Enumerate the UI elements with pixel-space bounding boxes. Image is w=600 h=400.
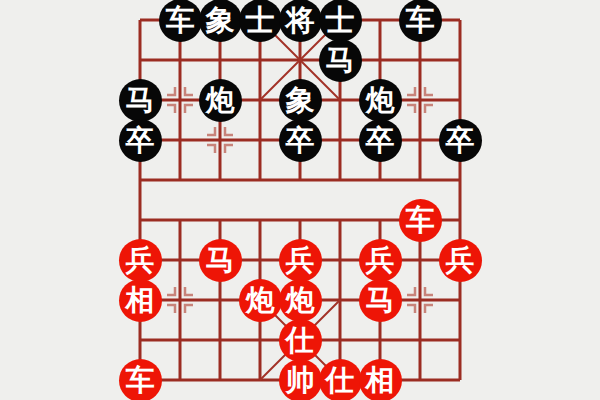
piece-red-chariot[interactable]: 车: [119, 359, 162, 400]
piece-black-chariot[interactable]: 车: [399, 0, 442, 42]
intersection-h4[interactable]: 车: [400, 200, 440, 240]
piece-red-elephant[interactable]: 相: [119, 279, 162, 322]
intersection-b5[interactable]: [160, 160, 200, 200]
intersection-c2[interactable]: [200, 280, 240, 320]
intersection-c6[interactable]: [200, 120, 240, 160]
piece-black-elephant[interactable]: 象: [199, 0, 242, 42]
intersection-g6[interactable]: 卒: [360, 120, 400, 160]
intersection-d0[interactable]: [240, 360, 280, 400]
intersection-g5[interactable]: [360, 160, 400, 200]
intersection-g9[interactable]: [360, 0, 400, 40]
intersection-i3[interactable]: 兵: [440, 240, 480, 280]
piece-black-horse[interactable]: 马: [119, 79, 162, 122]
intersection-a3[interactable]: 兵: [120, 240, 160, 280]
intersection-b4[interactable]: [160, 200, 200, 240]
intersection-h9[interactable]: 车: [400, 0, 440, 40]
piece-red-soldier[interactable]: 兵: [359, 239, 402, 282]
piece-red-cannon[interactable]: 炮: [239, 279, 282, 322]
intersection-d8[interactable]: [240, 40, 280, 80]
piece-black-cannon[interactable]: 炮: [199, 79, 242, 122]
piece-red-advisor[interactable]: 仕: [319, 359, 362, 400]
piece-red-chariot[interactable]: 车: [399, 199, 442, 242]
intersection-e6[interactable]: 卒: [280, 120, 320, 160]
intersection-f6[interactable]: [320, 120, 360, 160]
intersection-b2[interactable]: [160, 280, 200, 320]
intersection-f3[interactable]: [320, 240, 360, 280]
intersection-i6[interactable]: 卒: [440, 120, 480, 160]
intersection-b3[interactable]: [160, 240, 200, 280]
intersection-d9[interactable]: 士: [240, 0, 280, 40]
piece-black-elephant[interactable]: 象: [279, 79, 322, 122]
intersection-a1[interactable]: [120, 320, 160, 360]
piece-red-horse[interactable]: 马: [359, 279, 402, 322]
piece-black-general[interactable]: 将: [279, 0, 322, 42]
intersection-f9[interactable]: 士: [320, 0, 360, 40]
intersection-b9[interactable]: 车: [160, 0, 200, 40]
intersection-i7[interactable]: [440, 80, 480, 120]
intersection-h0[interactable]: [400, 360, 440, 400]
intersection-a9[interactable]: [120, 0, 160, 40]
piece-black-advisor[interactable]: 士: [319, 0, 362, 42]
intersection-g7[interactable]: 炮: [360, 80, 400, 120]
intersection-f0[interactable]: 仕: [320, 360, 360, 400]
piece-black-cannon[interactable]: 炮: [359, 79, 402, 122]
intersection-g4[interactable]: [360, 200, 400, 240]
board-grid: 车象士将士车马马炮象炮卒卒卒卒车兵马兵兵兵相炮炮马仕车帅仕相: [120, 0, 480, 400]
intersection-a8[interactable]: [120, 40, 160, 80]
intersection-h7[interactable]: [400, 80, 440, 120]
piece-red-elephant[interactable]: 相: [359, 359, 402, 400]
piece-red-soldier[interactable]: 兵: [279, 239, 322, 282]
intersection-c5[interactable]: [200, 160, 240, 200]
intersection-g2[interactable]: 马: [360, 280, 400, 320]
intersection-d1[interactable]: [240, 320, 280, 360]
intersection-g1[interactable]: [360, 320, 400, 360]
intersection-i2[interactable]: [440, 280, 480, 320]
intersection-e4[interactable]: [280, 200, 320, 240]
xiangqi-board: 车象士将士车马马炮象炮卒卒卒卒车兵马兵兵兵相炮炮马仕车帅仕相: [0, 0, 600, 400]
intersection-d6[interactable]: [240, 120, 280, 160]
piece-red-advisor[interactable]: 仕: [279, 319, 322, 362]
intersection-h6[interactable]: [400, 120, 440, 160]
intersection-e2[interactable]: 炮: [280, 280, 320, 320]
intersection-e3[interactable]: 兵: [280, 240, 320, 280]
intersection-c3[interactable]: 马: [200, 240, 240, 280]
intersection-g0[interactable]: 相: [360, 360, 400, 400]
intersection-d3[interactable]: [240, 240, 280, 280]
intersection-b8[interactable]: [160, 40, 200, 80]
intersection-e5[interactable]: [280, 160, 320, 200]
intersection-f7[interactable]: [320, 80, 360, 120]
piece-black-chariot[interactable]: 车: [159, 0, 202, 42]
piece-red-soldier[interactable]: 兵: [439, 239, 482, 282]
piece-black-horse[interactable]: 马: [319, 39, 362, 82]
piece-red-soldier[interactable]: 兵: [119, 239, 162, 282]
intersection-a0[interactable]: 车: [120, 360, 160, 400]
intersection-a6[interactable]: 卒: [120, 120, 160, 160]
intersection-e0[interactable]: 帅: [280, 360, 320, 400]
intersection-f1[interactable]: [320, 320, 360, 360]
piece-red-cannon[interactable]: 炮: [279, 279, 322, 322]
intersection-e8[interactable]: [280, 40, 320, 80]
intersection-a5[interactable]: [120, 160, 160, 200]
intersection-d4[interactable]: [240, 200, 280, 240]
intersection-d7[interactable]: [240, 80, 280, 120]
piece-black-soldier[interactable]: 卒: [279, 119, 322, 162]
intersection-c1[interactable]: [200, 320, 240, 360]
intersection-i0[interactable]: [440, 360, 480, 400]
intersection-h1[interactable]: [400, 320, 440, 360]
intersection-f5[interactable]: [320, 160, 360, 200]
intersection-h2[interactable]: [400, 280, 440, 320]
intersection-i1[interactable]: [440, 320, 480, 360]
intersection-g8[interactable]: [360, 40, 400, 80]
intersection-g3[interactable]: 兵: [360, 240, 400, 280]
piece-red-horse[interactable]: 马: [199, 239, 242, 282]
piece-black-soldier[interactable]: 卒: [359, 119, 402, 162]
intersection-b7[interactable]: [160, 80, 200, 120]
intersection-h8[interactable]: [400, 40, 440, 80]
piece-red-general[interactable]: 帅: [279, 359, 322, 400]
intersection-i4[interactable]: [440, 200, 480, 240]
intersection-c4[interactable]: [200, 200, 240, 240]
intersection-a2[interactable]: 相: [120, 280, 160, 320]
intersection-c0[interactable]: [200, 360, 240, 400]
intersection-c7[interactable]: 炮: [200, 80, 240, 120]
intersection-i8[interactable]: [440, 40, 480, 80]
intersection-c9[interactable]: 象: [200, 0, 240, 40]
intersection-d5[interactable]: [240, 160, 280, 200]
intersection-b6[interactable]: [160, 120, 200, 160]
intersection-i5[interactable]: [440, 160, 480, 200]
intersection-h5[interactable]: [400, 160, 440, 200]
intersection-h3[interactable]: [400, 240, 440, 280]
intersection-f2[interactable]: [320, 280, 360, 320]
piece-black-soldier[interactable]: 卒: [439, 119, 482, 162]
intersection-b0[interactable]: [160, 360, 200, 400]
intersection-a7[interactable]: 马: [120, 80, 160, 120]
intersection-f4[interactable]: [320, 200, 360, 240]
piece-black-advisor[interactable]: 士: [239, 0, 282, 42]
intersection-f8[interactable]: 马: [320, 40, 360, 80]
intersection-e7[interactable]: 象: [280, 80, 320, 120]
piece-black-soldier[interactable]: 卒: [119, 119, 162, 162]
intersection-a4[interactable]: [120, 200, 160, 240]
intersection-e9[interactable]: 将: [280, 0, 320, 40]
intersection-e1[interactable]: 仕: [280, 320, 320, 360]
intersection-i9[interactable]: [440, 0, 480, 40]
intersection-c8[interactable]: [200, 40, 240, 80]
intersection-b1[interactable]: [160, 320, 200, 360]
intersection-d2[interactable]: 炮: [240, 280, 280, 320]
